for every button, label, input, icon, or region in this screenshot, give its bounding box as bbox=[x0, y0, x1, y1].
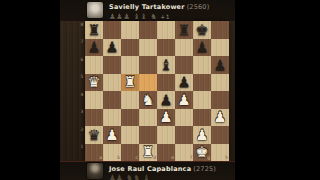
square-e5 bbox=[157, 74, 175, 92]
square-h6: ♟ bbox=[211, 56, 229, 74]
square-c1: c bbox=[121, 144, 139, 162]
piece-white-pawn-g2: ♟ bbox=[196, 127, 209, 142]
square-e3: ♟ bbox=[157, 109, 175, 127]
square-h3: ♟ bbox=[211, 109, 229, 127]
square-d4: ♞ bbox=[139, 91, 157, 109]
square-d7 bbox=[139, 39, 157, 57]
square-b4 bbox=[103, 91, 121, 109]
piece-black-rook-f8: ♜ bbox=[178, 22, 191, 37]
top-captured-pieces: ♟♟♟ ♝♝ ♞ bbox=[109, 12, 157, 21]
chess-board: ♜8♜♚♟7♟♟6♝♟♛5♜♟4♞♟♟3♟♟♛2♟♟1abc♜def♚gh bbox=[85, 21, 229, 161]
rank-label-2: 2 bbox=[81, 128, 84, 133]
piece-black-rook-a8: ♜ bbox=[88, 22, 101, 37]
file-label-e: e bbox=[171, 156, 174, 161]
bottom-player-avatar bbox=[87, 163, 103, 179]
square-h7 bbox=[211, 39, 229, 57]
top-player-bar: Savielly Tartakower(2560) ♟♟♟ ♝♝ ♞+1 bbox=[60, 0, 235, 21]
square-f6 bbox=[175, 56, 193, 74]
bottom-captured-row: ♟♟ ♞♞ ♝ bbox=[109, 173, 150, 180]
square-d1: ♜d bbox=[139, 144, 157, 162]
piece-white-knight-d4: ♞ bbox=[142, 92, 155, 107]
square-f8: ♜ bbox=[175, 21, 193, 39]
square-h8 bbox=[211, 21, 229, 39]
piece-white-pawn-b2: ♟ bbox=[106, 127, 119, 142]
square-b5 bbox=[103, 74, 121, 92]
square-g1: ♚g bbox=[193, 144, 211, 162]
rank-label-8: 8 bbox=[81, 23, 84, 28]
square-f2 bbox=[175, 126, 193, 144]
piece-black-pawn-a7: ♟ bbox=[88, 40, 101, 55]
piece-black-pawn-b7: ♟ bbox=[106, 40, 119, 55]
square-g5 bbox=[193, 74, 211, 92]
bottom-player-name-line: Jose Raul Capablanca(2725) bbox=[109, 165, 216, 173]
video-frame[interactable]: Savielly Tartakower(2560) ♟♟♟ ♝♝ ♞+1 ♜8♜… bbox=[0, 0, 320, 180]
piece-white-king-g1: ♚ bbox=[196, 145, 209, 160]
piece-black-pawn-e4: ♟ bbox=[160, 92, 173, 107]
square-e7 bbox=[157, 39, 175, 57]
square-g3 bbox=[193, 109, 211, 127]
file-label-f: f bbox=[190, 156, 192, 161]
square-g4 bbox=[193, 91, 211, 109]
top-player-rating: (2560) bbox=[187, 3, 210, 11]
square-f7 bbox=[175, 39, 193, 57]
square-f1: f bbox=[175, 144, 193, 162]
piece-white-queen-a5: ♛ bbox=[88, 75, 101, 90]
square-h1: h bbox=[211, 144, 229, 162]
square-a3: 3 bbox=[85, 109, 103, 127]
square-h5 bbox=[211, 74, 229, 92]
square-g8: ♚ bbox=[193, 21, 211, 39]
square-d3 bbox=[139, 109, 157, 127]
bottom-player-bar: Jose Raul Capablanca(2725) ♟♟ ♞♞ ♝ Don't… bbox=[60, 161, 235, 180]
square-e1: e bbox=[157, 144, 175, 162]
piece-white-pawn-h3: ♟ bbox=[214, 110, 227, 125]
piece-black-king-g8: ♚ bbox=[196, 22, 209, 37]
piece-white-rook-c5: ♜ bbox=[124, 75, 137, 90]
rank-label-5: 5 bbox=[81, 75, 84, 80]
square-c7 bbox=[121, 39, 139, 57]
top-material-advantage: +1 bbox=[160, 13, 170, 20]
square-h4 bbox=[211, 91, 229, 109]
bottom-player-name: Jose Raul Capablanca bbox=[109, 165, 191, 173]
square-e8 bbox=[157, 21, 175, 39]
square-c3 bbox=[121, 109, 139, 127]
top-player-avatar bbox=[87, 2, 103, 18]
file-label-b: b bbox=[117, 156, 120, 161]
bottom-player-rating: (2725) bbox=[193, 165, 216, 173]
square-a5: ♛5 bbox=[85, 74, 103, 92]
rank-label-1: 1 bbox=[81, 145, 84, 150]
square-d5 bbox=[139, 74, 157, 92]
square-b3 bbox=[103, 109, 121, 127]
square-g7: ♟ bbox=[193, 39, 211, 57]
piece-black-bishop-e6: ♝ bbox=[160, 57, 173, 72]
piece-white-pawn-e3: ♟ bbox=[160, 110, 173, 125]
file-label-c: c bbox=[136, 156, 138, 161]
square-a4: 4 bbox=[85, 91, 103, 109]
square-c8 bbox=[121, 21, 139, 39]
piece-white-pawn-f4: ♟ bbox=[178, 92, 191, 107]
piece-black-pawn-h6: ♟ bbox=[214, 57, 227, 72]
top-captured-row: ♟♟♟ ♝♝ ♞+1 bbox=[109, 12, 170, 21]
square-e2 bbox=[157, 126, 175, 144]
rank-label-7: 7 bbox=[81, 40, 84, 45]
square-g2: ♟ bbox=[193, 126, 211, 144]
rank-label-4: 4 bbox=[81, 93, 84, 98]
board-panel: Savielly Tartakower(2560) ♟♟♟ ♝♝ ♞+1 ♜8♜… bbox=[60, 0, 235, 180]
square-a6: 6 bbox=[85, 56, 103, 74]
square-c5: ♜ bbox=[121, 74, 139, 92]
rank-label-3: 3 bbox=[81, 110, 84, 115]
piece-black-pawn-f5: ♟ bbox=[178, 75, 191, 90]
square-g6 bbox=[193, 56, 211, 74]
square-f4: ♟ bbox=[175, 91, 193, 109]
square-a2: ♛2 bbox=[85, 126, 103, 144]
square-c2 bbox=[121, 126, 139, 144]
square-b6 bbox=[103, 56, 121, 74]
square-d2 bbox=[139, 126, 157, 144]
piece-black-pawn-g7: ♟ bbox=[196, 40, 209, 55]
square-b7: ♟ bbox=[103, 39, 121, 57]
square-h2 bbox=[211, 126, 229, 144]
piece-white-rook-d1: ♜ bbox=[142, 145, 155, 160]
top-player-name: Savielly Tartakower bbox=[109, 3, 185, 11]
square-a8: ♜8 bbox=[85, 21, 103, 39]
file-label-h: h bbox=[225, 156, 228, 161]
square-f5: ♟ bbox=[175, 74, 193, 92]
square-c6 bbox=[121, 56, 139, 74]
square-c4 bbox=[121, 91, 139, 109]
top-player-name-line: Savielly Tartakower(2560) bbox=[109, 3, 209, 11]
square-b8 bbox=[103, 21, 121, 39]
square-a7: ♟7 bbox=[85, 39, 103, 57]
square-e6: ♝ bbox=[157, 56, 175, 74]
file-label-a: a bbox=[99, 156, 102, 161]
square-d6 bbox=[139, 56, 157, 74]
square-f3 bbox=[175, 109, 193, 127]
square-e4: ♟ bbox=[157, 91, 175, 109]
rank-label-6: 6 bbox=[81, 58, 84, 63]
bottom-captured-pieces: ♟♟ ♞♞ ♝ bbox=[109, 173, 150, 180]
square-b1: b bbox=[103, 144, 121, 162]
square-a1: 1a bbox=[85, 144, 103, 162]
square-b2: ♟ bbox=[103, 126, 121, 144]
piece-black-queen-a2: ♛ bbox=[88, 127, 101, 142]
square-d8 bbox=[139, 21, 157, 39]
